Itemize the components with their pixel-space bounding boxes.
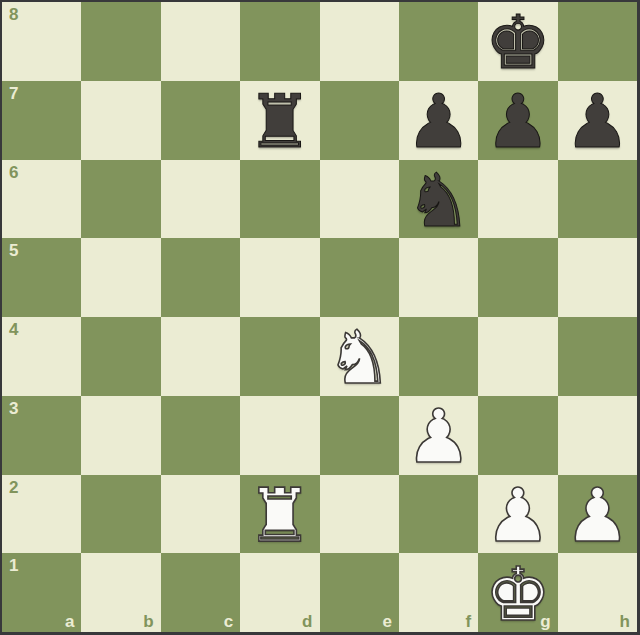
square-a2[interactable]: 2 [2, 475, 81, 554]
square-a7[interactable]: 7 [2, 81, 81, 160]
square-e7[interactable] [320, 81, 399, 160]
square-c5[interactable] [161, 238, 240, 317]
file-label-c: c [224, 613, 233, 630]
square-f3[interactable]: ♟ [399, 396, 478, 475]
square-h3[interactable] [558, 396, 637, 475]
square-b4[interactable] [81, 317, 160, 396]
file-label-d: d [302, 613, 312, 630]
file-label-b: b [143, 613, 153, 630]
square-f5[interactable] [399, 238, 478, 317]
square-a6[interactable]: 6 [2, 160, 81, 239]
square-b5[interactable] [81, 238, 160, 317]
file-label-h: h [620, 613, 630, 630]
rank-label-8: 8 [9, 6, 18, 23]
rank-label-3: 3 [9, 400, 18, 417]
piece-black-knight-f6[interactable]: ♞ [405, 163, 471, 237]
square-d2[interactable]: ♜ [240, 475, 319, 554]
square-d5[interactable] [240, 238, 319, 317]
square-g7[interactable]: ♟ [478, 81, 557, 160]
piece-white-pawn-f3[interactable]: ♟ [405, 399, 471, 473]
square-c2[interactable] [161, 475, 240, 554]
square-c3[interactable] [161, 396, 240, 475]
square-f7[interactable]: ♟ [399, 81, 478, 160]
square-e6[interactable] [320, 160, 399, 239]
rank-label-1: 1 [9, 557, 18, 574]
square-g8[interactable]: ♚ [478, 2, 557, 81]
square-g6[interactable] [478, 160, 557, 239]
square-e1[interactable]: e [320, 553, 399, 632]
square-f2[interactable] [399, 475, 478, 554]
square-g2[interactable]: ♟ [478, 475, 557, 554]
square-d1[interactable]: d [240, 553, 319, 632]
square-g5[interactable] [478, 238, 557, 317]
square-b3[interactable] [81, 396, 160, 475]
square-b7[interactable] [81, 81, 160, 160]
square-c1[interactable]: c [161, 553, 240, 632]
square-b1[interactable]: b [81, 553, 160, 632]
rank-label-4: 4 [9, 321, 18, 338]
file-label-a: a [65, 613, 74, 630]
square-e5[interactable] [320, 238, 399, 317]
square-c4[interactable] [161, 317, 240, 396]
square-e4[interactable]: ♞ [320, 317, 399, 396]
square-a4[interactable]: 4 [2, 317, 81, 396]
square-d7[interactable]: ♜ [240, 81, 319, 160]
square-g4[interactable] [478, 317, 557, 396]
piece-black-king-g8[interactable]: ♚ [485, 5, 551, 79]
square-a3[interactable]: 3 [2, 396, 81, 475]
square-f8[interactable] [399, 2, 478, 81]
square-c7[interactable] [161, 81, 240, 160]
square-b6[interactable] [81, 160, 160, 239]
rank-label-7: 7 [9, 85, 18, 102]
square-e2[interactable] [320, 475, 399, 554]
square-a5[interactable]: 5 [2, 238, 81, 317]
square-d4[interactable] [240, 317, 319, 396]
square-h5[interactable] [558, 238, 637, 317]
piece-white-pawn-h2[interactable]: ♟ [564, 478, 630, 552]
board-frame: 8♚7♜♟♟♟6♞54♞3♟2♜♟♟1abcdefg♚h [0, 0, 640, 635]
square-f4[interactable] [399, 317, 478, 396]
square-h1[interactable]: h [558, 553, 637, 632]
piece-black-rook-d7[interactable]: ♜ [247, 84, 313, 158]
square-c6[interactable] [161, 160, 240, 239]
piece-black-pawn-h7[interactable]: ♟ [564, 84, 630, 158]
square-g3[interactable] [478, 396, 557, 475]
piece-black-pawn-f7[interactable]: ♟ [405, 84, 471, 158]
piece-white-king-g1[interactable]: ♚ [485, 557, 551, 631]
square-e8[interactable] [320, 2, 399, 81]
square-h7[interactable]: ♟ [558, 81, 637, 160]
square-a8[interactable]: 8 [2, 2, 81, 81]
file-label-f: f [466, 613, 472, 630]
square-h4[interactable] [558, 317, 637, 396]
piece-white-rook-d2[interactable]: ♜ [247, 478, 313, 552]
piece-black-pawn-g7[interactable]: ♟ [485, 84, 551, 158]
square-f1[interactable]: f [399, 553, 478, 632]
chess-board: 8♚7♜♟♟♟6♞54♞3♟2♜♟♟1abcdefg♚h [2, 2, 637, 632]
square-a1[interactable]: 1a [2, 553, 81, 632]
square-e3[interactable] [320, 396, 399, 475]
rank-label-5: 5 [9, 242, 18, 259]
square-d3[interactable] [240, 396, 319, 475]
piece-white-pawn-g2[interactable]: ♟ [485, 478, 551, 552]
square-b2[interactable] [81, 475, 160, 554]
rank-label-2: 2 [9, 479, 18, 496]
square-h2[interactable]: ♟ [558, 475, 637, 554]
square-h6[interactable] [558, 160, 637, 239]
square-c8[interactable] [161, 2, 240, 81]
square-g1[interactable]: g♚ [478, 553, 557, 632]
square-f6[interactable]: ♞ [399, 160, 478, 239]
piece-white-knight-e4[interactable]: ♞ [326, 320, 392, 394]
rank-label-6: 6 [9, 164, 18, 181]
square-d6[interactable] [240, 160, 319, 239]
square-h8[interactable] [558, 2, 637, 81]
square-d8[interactable] [240, 2, 319, 81]
file-label-e: e [382, 613, 391, 630]
square-b8[interactable] [81, 2, 160, 81]
